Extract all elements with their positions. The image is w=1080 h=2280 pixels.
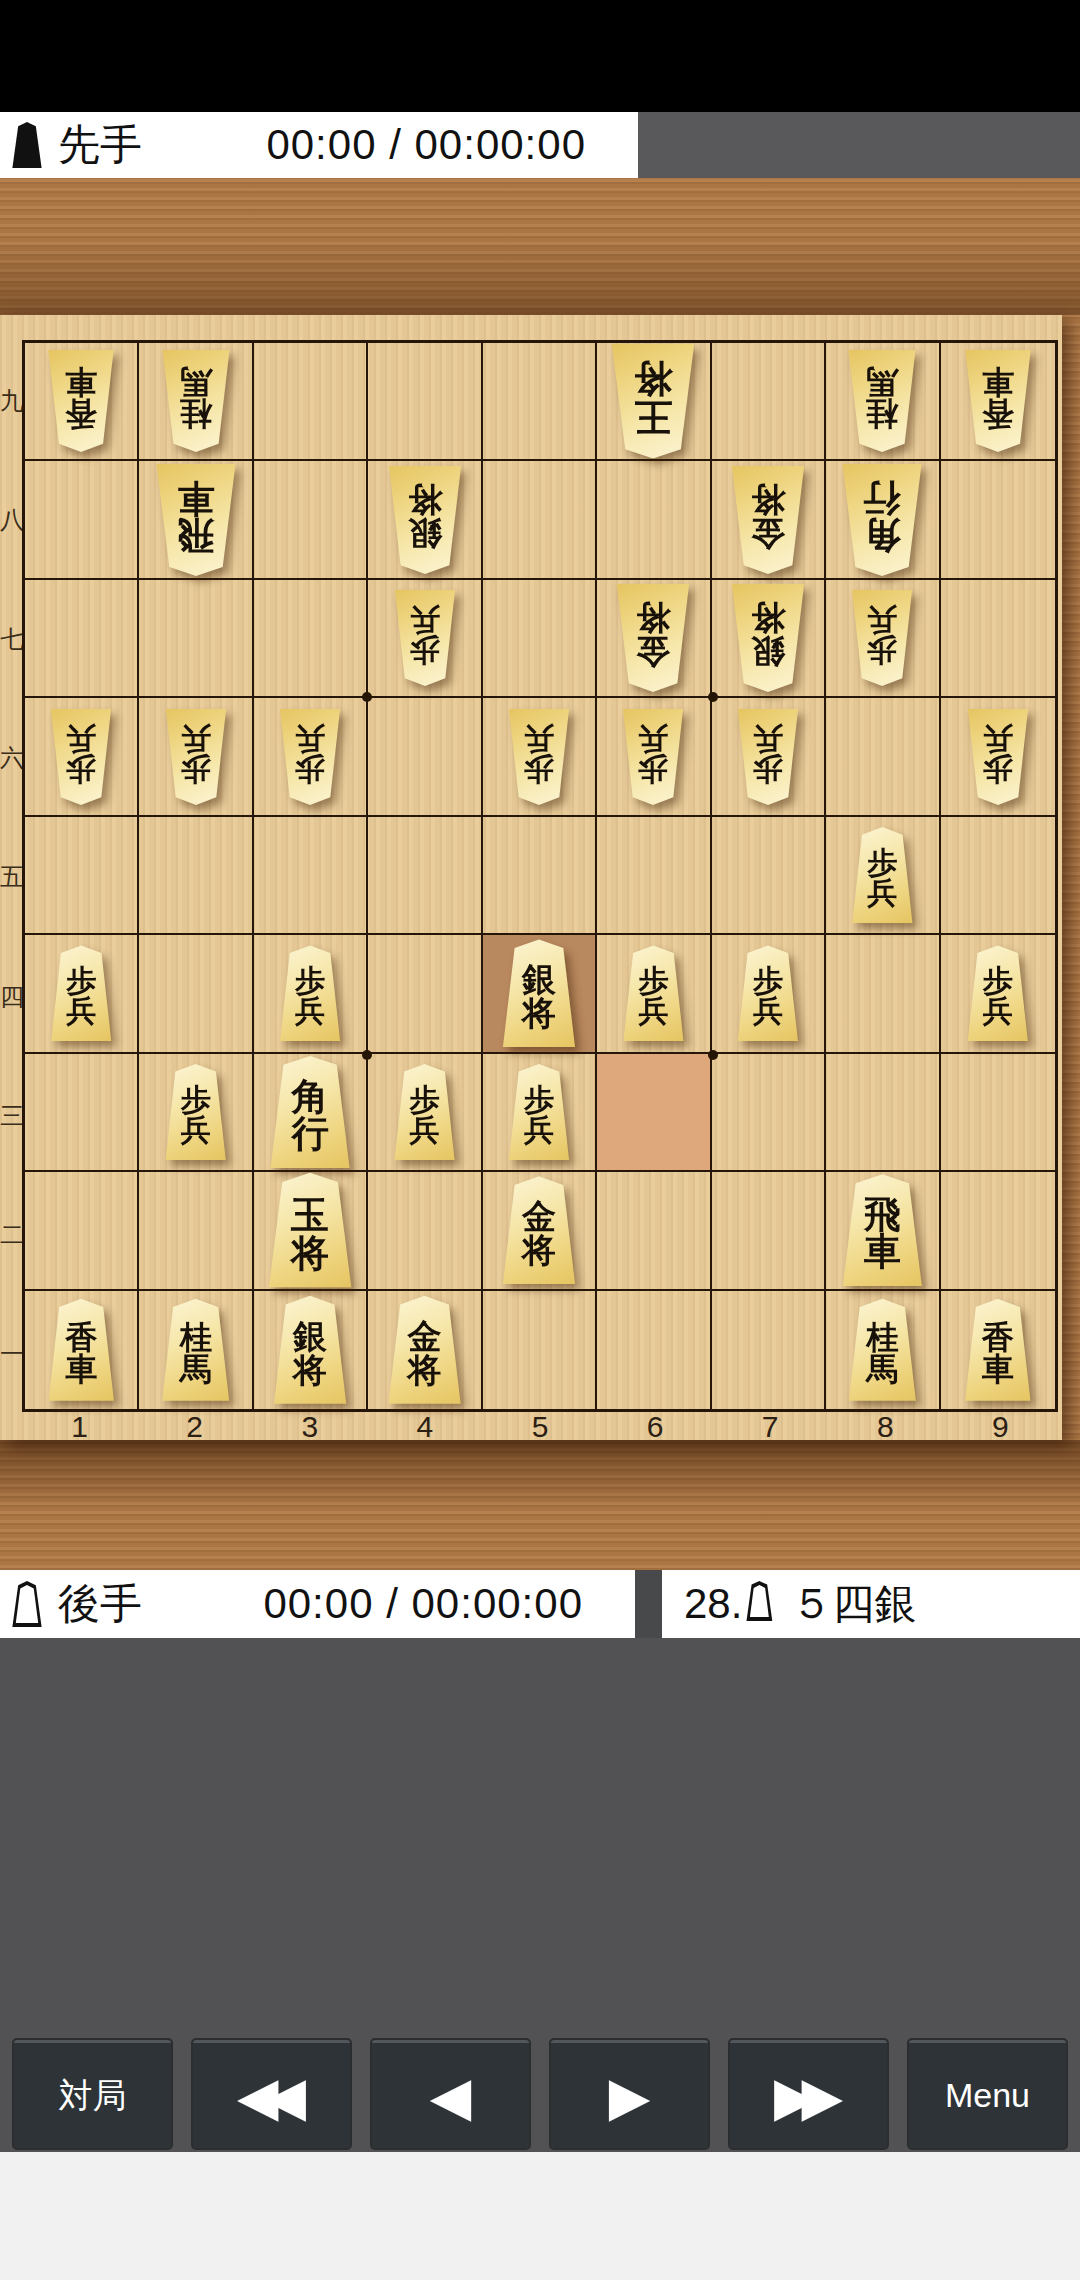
square-7七[interactable]: 銀将 xyxy=(712,580,826,698)
rank-label-七: 七 xyxy=(0,623,22,655)
piece-sente-歩兵[interactable]: 歩兵 xyxy=(390,590,460,686)
square-7四[interactable]: 歩兵 xyxy=(712,935,826,1053)
square-1六[interactable]: 歩兵 xyxy=(25,698,139,816)
square-9五[interactable] xyxy=(941,817,1055,935)
piece-gote-歩兵[interactable]: 歩兵 xyxy=(46,945,116,1041)
gote-clock-bar: 後手 00:00 / 00:00:00 28. ５四銀 xyxy=(0,1570,1080,1638)
piece-gote-歩兵[interactable]: 歩兵 xyxy=(390,1064,460,1160)
piece-gote-歩兵[interactable]: 歩兵 xyxy=(504,1064,574,1160)
piece-sente-桂馬[interactable]: 桂馬 xyxy=(157,350,235,452)
piece-sente-金将[interactable]: 金将 xyxy=(726,466,810,574)
square-5四[interactable]: 銀将 xyxy=(483,935,597,1053)
sente-clock-bar: 先手 00:00 / 00:00:00 xyxy=(0,112,1080,178)
square-8三[interactable] xyxy=(826,1054,940,1172)
step-back-button[interactable]: ◀ xyxy=(372,2040,529,2148)
square-8一[interactable]: 桂馬 xyxy=(826,1291,940,1409)
piece-gote-歩兵[interactable]: 歩兵 xyxy=(618,945,688,1041)
square-6七[interactable]: 金将 xyxy=(597,580,711,698)
square-8八[interactable]: 角行 xyxy=(826,461,940,579)
last-move-text: ５四銀 xyxy=(790,1576,916,1632)
gote-clock-panel: 後手 00:00 / 00:00:00 xyxy=(0,1570,635,1638)
menu-button[interactable]: Menu xyxy=(909,2040,1066,2148)
square-2六[interactable]: 歩兵 xyxy=(139,698,253,816)
rank-label-二: 二 xyxy=(0,1219,22,1251)
square-3一[interactable]: 銀将 xyxy=(254,1291,368,1409)
square-4六[interactable] xyxy=(368,698,482,816)
file-label-3: 3 xyxy=(252,1413,367,1440)
square-2一[interactable]: 桂馬 xyxy=(139,1291,253,1409)
step-forward-button[interactable]: ▶ xyxy=(551,2040,708,2148)
fast-forward-icon: ▶▶ xyxy=(774,2069,843,2123)
square-1四[interactable]: 歩兵 xyxy=(25,935,139,1053)
game-button[interactable]: 対局 xyxy=(14,2040,171,2148)
square-5九[interactable] xyxy=(483,343,597,461)
board-shadow-bottom xyxy=(0,1440,1080,1510)
move-number: 28. xyxy=(684,1580,742,1628)
piece-gote-飛車[interactable]: 飛車 xyxy=(836,1174,928,1286)
piece-sente-歩兵[interactable]: 歩兵 xyxy=(161,709,231,805)
square-5二[interactable]: 金将 xyxy=(483,1172,597,1290)
step-forward-icon: ▶ xyxy=(609,2069,651,2123)
square-8九[interactable]: 桂馬 xyxy=(826,343,940,461)
status-bar xyxy=(0,0,1080,112)
rank-labels: 九八七六五四三二一 xyxy=(0,340,22,1412)
piece-gote-歩兵[interactable]: 歩兵 xyxy=(733,945,803,1041)
square-6三[interactable] xyxy=(597,1054,711,1172)
square-3六[interactable]: 歩兵 xyxy=(254,698,368,816)
file-label-6: 6 xyxy=(598,1413,713,1440)
piece-gote-歩兵[interactable]: 歩兵 xyxy=(161,1064,231,1160)
square-4七[interactable]: 歩兵 xyxy=(368,580,482,698)
square-3七[interactable] xyxy=(254,580,368,698)
square-7八[interactable]: 金将 xyxy=(712,461,826,579)
square-5五[interactable] xyxy=(483,817,597,935)
square-1五[interactable] xyxy=(25,817,139,935)
file-label-9: 9 xyxy=(943,1413,1058,1440)
square-8七[interactable]: 歩兵 xyxy=(826,580,940,698)
file-label-7: 7 xyxy=(713,1413,828,1440)
square-3二[interactable]: 玉将 xyxy=(254,1172,368,1290)
square-5八[interactable] xyxy=(483,461,597,579)
gote-piece-icon xyxy=(10,1581,44,1627)
piece-sente-歩兵[interactable]: 歩兵 xyxy=(618,709,688,805)
piece-gote-玉将[interactable]: 玉将 xyxy=(262,1173,358,1288)
square-1八[interactable] xyxy=(25,461,139,579)
menu-button-label: Menu xyxy=(945,2076,1030,2115)
square-5六[interactable]: 歩兵 xyxy=(483,698,597,816)
square-9七[interactable] xyxy=(941,580,1055,698)
board-grid[interactable]: 香車桂馬王将桂馬香車飛車銀将金将角行歩兵金将銀将歩兵歩兵歩兵歩兵歩兵歩兵歩兵歩兵… xyxy=(22,340,1058,1412)
square-5一[interactable] xyxy=(483,1291,597,1409)
square-9九[interactable]: 香車 xyxy=(941,343,1055,461)
square-9一[interactable]: 香車 xyxy=(941,1291,1055,1409)
piece-gote-香車[interactable]: 香車 xyxy=(960,1299,1036,1401)
square-7二[interactable] xyxy=(712,1172,826,1290)
gote-time: 00:00 / 00:00:00 xyxy=(263,1580,583,1628)
square-4二[interactable] xyxy=(368,1172,482,1290)
piece-gote-歩兵[interactable]: 歩兵 xyxy=(847,827,917,923)
square-8六[interactable] xyxy=(826,698,940,816)
piece-sente-銀将[interactable]: 銀将 xyxy=(726,584,810,692)
piece-sente-香車[interactable]: 香車 xyxy=(960,350,1036,452)
fast-forward-button[interactable]: ▶▶ xyxy=(730,2040,887,2148)
last-move-panel: 28. ５四銀 xyxy=(662,1570,1080,1638)
square-2五[interactable] xyxy=(139,817,253,935)
step-back-icon: ◀ xyxy=(430,2069,472,2123)
bottom-strip xyxy=(0,2152,1080,2280)
square-2八[interactable]: 飛車 xyxy=(139,461,253,579)
piece-sente-桂馬[interactable]: 桂馬 xyxy=(843,350,921,452)
app-screen: 先手 00:00 / 00:00:00 九八七六五四三二一 香車桂馬王将桂馬香車… xyxy=(0,0,1080,2280)
square-6一[interactable] xyxy=(597,1291,711,1409)
square-1一[interactable]: 香車 xyxy=(25,1291,139,1409)
rank-label-八: 八 xyxy=(0,504,22,536)
square-1二[interactable] xyxy=(25,1172,139,1290)
file-label-8: 8 xyxy=(828,1413,943,1440)
piece-sente-歩兵[interactable]: 歩兵 xyxy=(504,709,574,805)
piece-sente-飛車[interactable]: 飛車 xyxy=(150,464,242,576)
square-9三[interactable] xyxy=(941,1054,1055,1172)
piece-sente-歩兵[interactable]: 歩兵 xyxy=(963,709,1033,805)
square-1七[interactable] xyxy=(25,580,139,698)
gote-player-label: 後手 xyxy=(58,1576,142,1632)
file-label-1: 1 xyxy=(22,1413,137,1440)
square-9八[interactable] xyxy=(941,461,1055,579)
move-side-icon xyxy=(744,1581,774,1621)
piece-sente-王将[interactable]: 王将 xyxy=(605,344,701,459)
rewind-button[interactable]: ◀◀ xyxy=(193,2040,350,2148)
file-label-2: 2 xyxy=(137,1413,252,1440)
sente-clock-panel: 先手 00:00 / 00:00:00 xyxy=(0,112,638,178)
sente-player-label: 先手 xyxy=(58,117,142,173)
rank-label-一: 一 xyxy=(0,1338,22,1370)
square-4一[interactable]: 金将 xyxy=(368,1291,482,1409)
square-6五[interactable] xyxy=(597,817,711,935)
square-4八[interactable]: 銀将 xyxy=(368,461,482,579)
square-8五[interactable]: 歩兵 xyxy=(826,817,940,935)
square-9二[interactable] xyxy=(941,1172,1055,1290)
piece-gote-金将[interactable]: 金将 xyxy=(383,1296,467,1404)
piece-gote-角行[interactable]: 角行 xyxy=(264,1056,356,1168)
control-bar: 対局 ◀◀ ◀ ▶ ▶▶ Menu xyxy=(0,2040,1080,2148)
square-1三[interactable] xyxy=(25,1054,139,1172)
square-4五[interactable] xyxy=(368,817,482,935)
square-2四[interactable] xyxy=(139,935,253,1053)
rank-label-五: 五 xyxy=(0,861,22,893)
rank-label-四: 四 xyxy=(0,981,22,1013)
piece-gote-桂馬[interactable]: 桂馬 xyxy=(157,1299,235,1401)
square-7六[interactable]: 歩兵 xyxy=(712,698,826,816)
piece-sente-金将[interactable]: 金将 xyxy=(611,584,695,692)
square-3四[interactable]: 歩兵 xyxy=(254,935,368,1053)
square-1九[interactable]: 香車 xyxy=(25,343,139,461)
square-4四[interactable] xyxy=(368,935,482,1053)
square-8二[interactable]: 飛車 xyxy=(826,1172,940,1290)
square-7一[interactable] xyxy=(712,1291,826,1409)
square-2二[interactable] xyxy=(139,1172,253,1290)
piece-gote-金将[interactable]: 金将 xyxy=(497,1176,581,1284)
square-9四[interactable]: 歩兵 xyxy=(941,935,1055,1053)
rank-label-三: 三 xyxy=(0,1100,22,1132)
piece-sente-香車[interactable]: 香車 xyxy=(43,350,119,452)
square-5七[interactable] xyxy=(483,580,597,698)
square-2七[interactable] xyxy=(139,580,253,698)
piece-sente-歩兵[interactable]: 歩兵 xyxy=(275,709,345,805)
file-labels: 123456789 xyxy=(22,1413,1058,1440)
sente-time: 00:00 / 00:00:00 xyxy=(266,121,586,169)
piece-sente-歩兵[interactable]: 歩兵 xyxy=(733,709,803,805)
square-9六[interactable]: 歩兵 xyxy=(941,698,1055,816)
square-6四[interactable]: 歩兵 xyxy=(597,935,711,1053)
square-3九[interactable] xyxy=(254,343,368,461)
square-5三[interactable]: 歩兵 xyxy=(483,1054,597,1172)
square-7五[interactable] xyxy=(712,817,826,935)
square-2三[interactable]: 歩兵 xyxy=(139,1054,253,1172)
rewind-icon: ◀◀ xyxy=(237,2069,306,2123)
square-3八[interactable] xyxy=(254,461,368,579)
top-bar-right-panel xyxy=(638,112,1080,178)
square-6九[interactable]: 王将 xyxy=(597,343,711,461)
square-2九[interactable]: 桂馬 xyxy=(139,343,253,461)
square-6六[interactable]: 歩兵 xyxy=(597,698,711,816)
sente-piece-icon xyxy=(10,122,44,168)
square-4三[interactable]: 歩兵 xyxy=(368,1054,482,1172)
square-6二[interactable] xyxy=(597,1172,711,1290)
board-shadow-top xyxy=(0,240,1080,315)
square-3三[interactable]: 角行 xyxy=(254,1054,368,1172)
piece-gote-銀将[interactable]: 銀将 xyxy=(268,1296,352,1404)
piece-gote-銀将[interactable]: 銀将 xyxy=(497,939,581,1047)
square-7九[interactable] xyxy=(712,343,826,461)
clock-bar-divider xyxy=(635,1570,662,1638)
piece-sente-歩兵[interactable]: 歩兵 xyxy=(46,709,116,805)
piece-sente-銀将[interactable]: 銀将 xyxy=(383,466,467,574)
piece-sente-角行[interactable]: 角行 xyxy=(836,464,928,576)
rank-label-九: 九 xyxy=(0,385,22,417)
game-button-label: 対局 xyxy=(59,2073,127,2119)
shogi-board: 九八七六五四三二一 香車桂馬王将桂馬香車飛車銀将金将角行歩兵金将銀将歩兵歩兵歩兵… xyxy=(0,315,1062,1440)
square-6八[interactable] xyxy=(597,461,711,579)
piece-gote-桂馬[interactable]: 桂馬 xyxy=(843,1299,921,1401)
piece-gote-歩兵[interactable]: 歩兵 xyxy=(275,945,345,1041)
piece-gote-歩兵[interactable]: 歩兵 xyxy=(963,945,1033,1041)
rank-label-六: 六 xyxy=(0,742,22,774)
square-7三[interactable] xyxy=(712,1054,826,1172)
file-label-4: 4 xyxy=(367,1413,482,1440)
piece-gote-香車[interactable]: 香車 xyxy=(43,1299,119,1401)
piece-sente-歩兵[interactable]: 歩兵 xyxy=(847,590,917,686)
square-4九[interactable] xyxy=(368,343,482,461)
square-3五[interactable] xyxy=(254,817,368,935)
file-label-5: 5 xyxy=(482,1413,597,1440)
square-8四[interactable] xyxy=(826,935,940,1053)
